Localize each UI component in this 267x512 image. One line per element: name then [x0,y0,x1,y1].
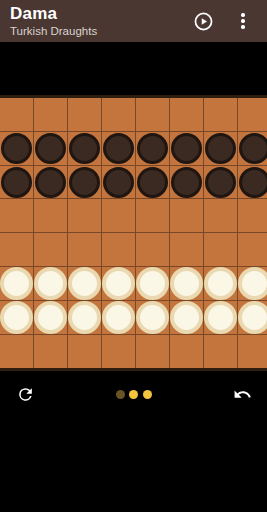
square-f1[interactable] [170,335,203,368]
square-h1[interactable] [238,335,267,368]
page-subtitle: Turkish Draughts [10,25,97,38]
undo-icon[interactable] [230,382,254,406]
square-g1[interactable] [204,335,237,368]
square-e1[interactable] [136,335,169,368]
square-e5[interactable] [136,199,169,232]
square-b2[interactable] [34,301,67,334]
piece-light[interactable] [102,301,135,334]
square-a4[interactable] [0,233,33,266]
piece-light[interactable] [34,301,67,334]
square-e7[interactable] [136,132,169,165]
piece-light[interactable] [170,267,203,300]
square-b3[interactable] [34,267,67,300]
square-f3[interactable] [170,267,203,300]
square-b7[interactable] [34,132,67,165]
piece-dark[interactable] [239,167,267,198]
piece-dark[interactable] [205,133,236,164]
square-f6[interactable] [170,166,203,199]
piece-light[interactable] [0,267,33,300]
square-d4[interactable] [102,233,135,266]
piece-light[interactable] [170,301,203,334]
square-g3[interactable] [204,267,237,300]
app-bar: Dama Turkish Draughts [0,0,267,42]
square-f7[interactable] [170,132,203,165]
app-bar-actions [191,9,257,33]
piece-dark[interactable] [171,133,202,164]
page-dot-2-active[interactable] [129,390,138,399]
piece-dark[interactable] [35,167,66,198]
piece-dark[interactable] [137,133,168,164]
square-a1[interactable] [0,335,33,368]
piece-dark[interactable] [69,133,100,164]
square-a6[interactable] [0,166,33,199]
square-d3[interactable] [102,267,135,300]
square-h7[interactable] [238,132,267,165]
square-c6[interactable] [68,166,101,199]
square-h5[interactable] [238,199,267,232]
square-b5[interactable] [34,199,67,232]
piece-light[interactable] [102,267,135,300]
square-b6[interactable] [34,166,67,199]
square-e8[interactable] [136,98,169,131]
square-h3[interactable] [238,267,267,300]
square-c5[interactable] [68,199,101,232]
square-c4[interactable] [68,233,101,266]
piece-light[interactable] [238,267,267,300]
square-c1[interactable] [68,335,101,368]
square-d8[interactable] [102,98,135,131]
square-a5[interactable] [0,199,33,232]
board-grid [0,98,267,368]
piece-dark[interactable] [1,133,32,164]
square-h8[interactable] [238,98,267,131]
piece-dark[interactable] [1,167,32,198]
piece-dark[interactable] [103,167,134,198]
square-b4[interactable] [34,233,67,266]
piece-light[interactable] [204,267,237,300]
square-g8[interactable] [204,98,237,131]
restart-icon[interactable] [13,382,37,406]
piece-dark[interactable] [69,167,100,198]
page-dot-3-active[interactable] [143,390,152,399]
app-bar-titles: Dama Turkish Draughts [10,4,97,38]
play-circle-icon[interactable] [191,9,215,33]
square-g2[interactable] [204,301,237,334]
piece-dark[interactable] [205,167,236,198]
square-e4[interactable] [136,233,169,266]
square-f8[interactable] [170,98,203,131]
square-g6[interactable] [204,166,237,199]
piece-light[interactable] [68,301,101,334]
square-c7[interactable] [68,132,101,165]
piece-dark[interactable] [35,133,66,164]
piece-light[interactable] [204,301,237,334]
square-a7[interactable] [0,132,33,165]
page-indicator [116,390,152,399]
piece-dark[interactable] [239,133,267,164]
page-dot-1-inactive[interactable] [116,390,125,399]
piece-dark[interactable] [103,133,134,164]
square-g5[interactable] [204,199,237,232]
overflow-menu-icon[interactable] [231,9,255,33]
square-f2[interactable] [170,301,203,334]
square-d1[interactable] [102,335,135,368]
board-frame [0,95,267,371]
piece-light[interactable] [0,301,33,334]
square-c8[interactable] [68,98,101,131]
square-g4[interactable] [204,233,237,266]
square-g7[interactable] [204,132,237,165]
square-e2[interactable] [136,301,169,334]
piece-light[interactable] [68,267,101,300]
square-a3[interactable] [0,267,33,300]
square-a2[interactable] [0,301,33,334]
piece-light[interactable] [34,267,67,300]
piece-light[interactable] [136,267,169,300]
square-h4[interactable] [238,233,267,266]
square-c3[interactable] [68,267,101,300]
piece-dark[interactable] [137,167,168,198]
square-c2[interactable] [68,301,101,334]
square-f4[interactable] [170,233,203,266]
square-e3[interactable] [136,267,169,300]
square-d7[interactable] [102,132,135,165]
square-b8[interactable] [34,98,67,131]
app-screen: Dama Turkish Draughts [0,0,267,512]
square-d6[interactable] [102,166,135,199]
square-b1[interactable] [34,335,67,368]
square-e6[interactable] [136,166,169,199]
bottom-controls [0,380,267,408]
square-f5[interactable] [170,199,203,232]
square-d2[interactable] [102,301,135,334]
square-h6[interactable] [238,166,267,199]
piece-dark[interactable] [171,167,202,198]
page-title: Dama [10,4,97,24]
piece-light[interactable] [136,301,169,334]
square-d5[interactable] [102,199,135,232]
piece-light[interactable] [238,301,267,334]
square-a8[interactable] [0,98,33,131]
square-h2[interactable] [238,301,267,334]
